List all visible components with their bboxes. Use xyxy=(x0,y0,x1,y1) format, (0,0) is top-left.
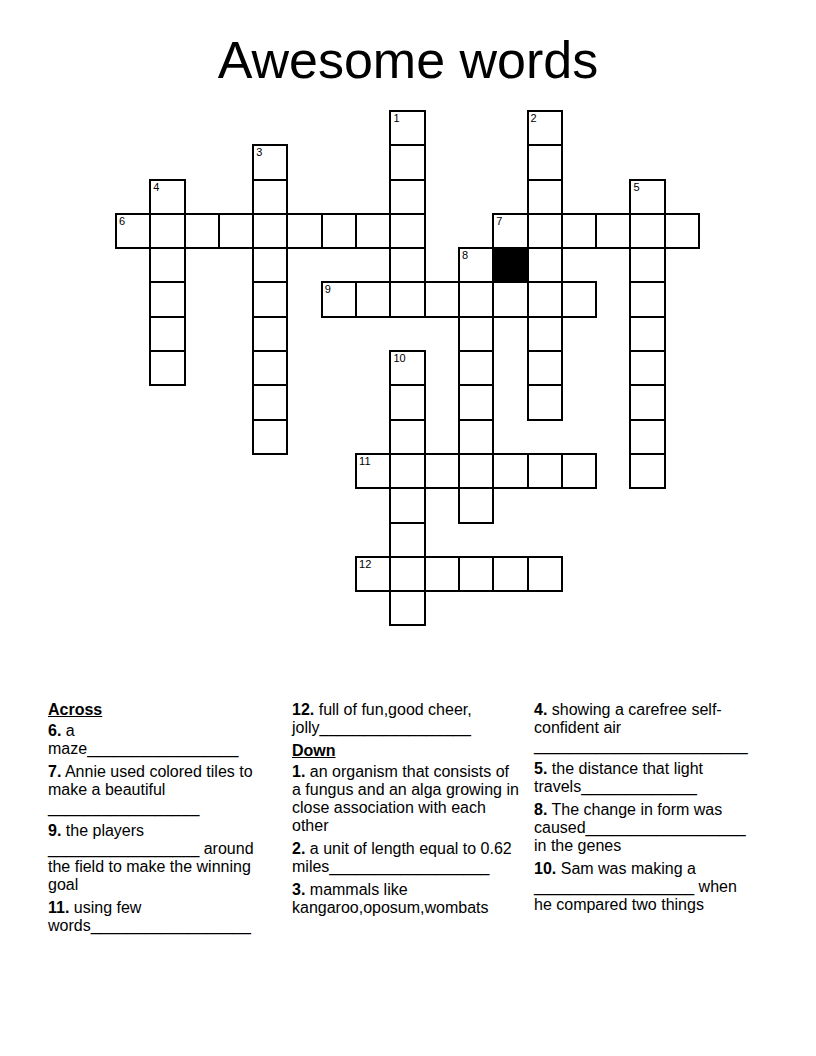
clue-down-5: 5. the distance that light travels______… xyxy=(534,760,752,796)
crossword-grid: 123456789101112 xyxy=(116,111,699,625)
grid-cell[interactable] xyxy=(218,213,254,249)
grid-cell[interactable] xyxy=(252,316,288,352)
grid-cell[interactable] xyxy=(389,556,425,592)
clue-number: 3 xyxy=(256,146,262,159)
clue-number: 1. xyxy=(292,763,305,780)
clue-text: Annie used colored tiles to make a beaut… xyxy=(48,763,253,816)
grid-cell[interactable]: 10 xyxy=(389,350,425,386)
grid-cell[interactable] xyxy=(149,247,185,283)
clue-text: The change in form was caused___________… xyxy=(534,801,746,854)
clue-number: 10 xyxy=(393,352,405,365)
grid-cell[interactable] xyxy=(424,556,460,592)
grid-cell[interactable] xyxy=(595,213,631,249)
clue-number: 8. xyxy=(534,801,547,818)
grid-cell[interactable] xyxy=(252,247,288,283)
clue-text: using few words__________________ xyxy=(48,899,251,934)
grid-cell[interactable] xyxy=(389,487,425,523)
clue-across-6: 6. a maze_________________ xyxy=(48,722,263,758)
clue-number: 2 xyxy=(531,112,537,125)
grid-cell[interactable] xyxy=(527,144,563,180)
clue-number: 6. xyxy=(48,722,61,739)
grid-cell[interactable] xyxy=(252,419,288,455)
clue-number: 5. xyxy=(534,760,547,777)
clue-across-9: 9. the players _________________ around … xyxy=(48,822,263,894)
grid-cell[interactable] xyxy=(149,316,185,352)
clue-down-10: 10. Sam was making a __________________ … xyxy=(534,860,752,914)
clue-column-2: 12. full of fun,good cheer, jolly_______… xyxy=(292,701,521,922)
clue-text: full of fun,good cheer, jolly___________… xyxy=(292,701,472,736)
grid-cell[interactable]: 11 xyxy=(355,453,391,489)
clue-text: Sam was making a __________________ when… xyxy=(534,860,737,913)
grid-cell[interactable] xyxy=(424,453,460,489)
clue-text: the players _________________ around the… xyxy=(48,822,254,893)
grid-cell[interactable] xyxy=(629,350,665,386)
grid-cell[interactable]: 4 xyxy=(149,179,185,215)
across-header: Across xyxy=(48,701,263,719)
grid-cell[interactable] xyxy=(527,384,563,420)
grid-cell[interactable] xyxy=(458,419,494,455)
grid-cell[interactable] xyxy=(527,247,563,283)
grid-cell[interactable]: 1 xyxy=(389,110,425,146)
clue-across-12: 12. full of fun,good cheer, jolly_______… xyxy=(292,701,521,737)
grid-cell[interactable] xyxy=(629,316,665,352)
grid-cell[interactable] xyxy=(458,453,494,489)
grid-cell[interactable] xyxy=(492,281,528,317)
grid-cell[interactable] xyxy=(458,556,494,592)
grid-cell[interactable] xyxy=(389,144,425,180)
clue-text: an organism that consists of a fungus an… xyxy=(292,763,519,834)
clue-number: 2. xyxy=(292,840,305,857)
grid-cell[interactable] xyxy=(492,453,528,489)
grid-cell[interactable] xyxy=(424,281,460,317)
grid-cell[interactable] xyxy=(492,556,528,592)
grid-cell[interactable] xyxy=(527,350,563,386)
grid-cell[interactable] xyxy=(321,213,357,249)
grid-cell[interactable] xyxy=(389,213,425,249)
clue-number: 12. xyxy=(292,701,314,718)
clue-text: a unit of length equal to 0.62 miles____… xyxy=(292,840,512,875)
clue-column-3: 4. showing a carefree self-confident air… xyxy=(534,701,752,919)
grid-cell[interactable]: 8 xyxy=(458,247,494,283)
clue-across-7: 7. Annie used colored tiles to make a be… xyxy=(48,763,263,817)
grid-cell[interactable]: 12 xyxy=(355,556,391,592)
grid-cell[interactable] xyxy=(527,453,563,489)
grid-cell[interactable] xyxy=(184,213,220,249)
grid-cell[interactable] xyxy=(629,384,665,420)
grid-cell[interactable] xyxy=(252,213,288,249)
grid-cell[interactable] xyxy=(527,179,563,215)
grid-cell[interactable] xyxy=(355,281,391,317)
grid-cell[interactable] xyxy=(458,316,494,352)
clue-down-2: 2. a unit of length equal to 0.62 miles_… xyxy=(292,840,521,876)
grid-cell[interactable] xyxy=(561,453,597,489)
grid-cell[interactable] xyxy=(389,453,425,489)
grid-cell[interactable] xyxy=(252,350,288,386)
grid-cell[interactable] xyxy=(389,419,425,455)
grid-cell[interactable] xyxy=(527,213,563,249)
clue-number: 9 xyxy=(325,283,331,296)
grid-cell[interactable] xyxy=(561,281,597,317)
clue-number: 11. xyxy=(48,899,69,916)
grid-cell[interactable] xyxy=(389,384,425,420)
clue-text: the distance that light travels_________… xyxy=(534,760,703,795)
grid-cell[interactable] xyxy=(252,281,288,317)
grid-cell[interactable] xyxy=(252,384,288,420)
clue-down-8: 8. The change in form was caused________… xyxy=(534,801,752,855)
grid-cell[interactable]: 3 xyxy=(252,144,288,180)
grid-cell-black xyxy=(492,247,528,283)
grid-cell[interactable] xyxy=(629,247,665,283)
grid-cell[interactable] xyxy=(389,281,425,317)
clue-number: 9. xyxy=(48,822,61,839)
clue-column-1: Across 6. a maze_________________ 7. Ann… xyxy=(48,701,263,940)
clue-down-1: 1. an organism that consists of a fungus… xyxy=(292,763,521,835)
grid-cell[interactable]: 2 xyxy=(527,110,563,146)
grid-cell[interactable]: 5 xyxy=(629,179,665,215)
clue-number: 10. xyxy=(534,860,556,877)
page-title: Awesome words xyxy=(0,32,816,88)
clue-down-3: 3. mammals like kangaroo,oposum,wombats xyxy=(292,881,521,917)
grid-cell[interactable]: 6 xyxy=(115,213,151,249)
grid-cell[interactable] xyxy=(629,213,665,249)
grid-cell[interactable] xyxy=(355,213,391,249)
grid-cell[interactable] xyxy=(149,213,185,249)
clue-text: showing a carefree self-confident air __… xyxy=(534,701,748,754)
grid-cell[interactable] xyxy=(458,350,494,386)
grid-cell[interactable] xyxy=(149,281,185,317)
grid-cell[interactable] xyxy=(149,350,185,386)
clue-across-11: 11. using few words__________________ xyxy=(48,899,263,935)
clue-number: 12 xyxy=(359,558,371,571)
clue-down-4: 4. showing a carefree self-confident air… xyxy=(534,701,752,755)
clue-number: 7. xyxy=(48,763,61,780)
clue-number: 7 xyxy=(496,215,502,228)
grid-cell[interactable] xyxy=(458,384,494,420)
clue-number: 4. xyxy=(534,701,547,718)
grid-cell[interactable] xyxy=(527,556,563,592)
clue-number: 1 xyxy=(393,112,399,125)
grid-cell[interactable] xyxy=(527,316,563,352)
grid-cell[interactable] xyxy=(664,213,700,249)
grid-cell[interactable] xyxy=(527,281,563,317)
grid-cell[interactable] xyxy=(252,179,288,215)
grid-cell[interactable] xyxy=(561,213,597,249)
grid-cell[interactable] xyxy=(629,419,665,455)
grid-cell[interactable] xyxy=(629,281,665,317)
clue-number: 11 xyxy=(359,455,370,468)
grid-cell[interactable]: 9 xyxy=(321,281,357,317)
grid-cell[interactable] xyxy=(458,487,494,523)
clue-number: 4 xyxy=(153,181,159,194)
grid-cell[interactable] xyxy=(286,213,322,249)
grid-cell[interactable] xyxy=(629,453,665,489)
clue-text: a maze_________________ xyxy=(48,722,238,757)
grid-cell[interactable] xyxy=(389,590,425,626)
clue-number: 8 xyxy=(462,249,468,262)
clue-number: 6 xyxy=(119,215,125,228)
grid-cell[interactable] xyxy=(389,247,425,283)
down-header: Down xyxy=(292,742,521,760)
clue-number: 3. xyxy=(292,881,305,898)
clue-number: 5 xyxy=(633,181,639,194)
grid-cell[interactable] xyxy=(389,179,425,215)
grid-cell[interactable]: 7 xyxy=(492,213,528,249)
clue-text: mammals like kangaroo,oposum,wombats xyxy=(292,881,489,916)
grid-cell[interactable] xyxy=(458,281,494,317)
grid-cell[interactable] xyxy=(389,522,425,558)
